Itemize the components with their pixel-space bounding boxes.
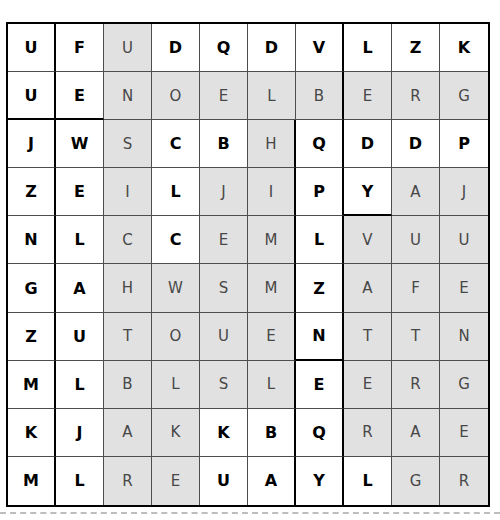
grid-cell-r9c2[interactable]: J bbox=[56, 409, 104, 457]
grid-cell-r1c10[interactable]: K bbox=[440, 24, 488, 72]
grid-cell-r7c6[interactable]: E bbox=[248, 313, 296, 361]
grid-cell-r2c2[interactable]: E bbox=[56, 72, 104, 120]
grid-cell-r2c5[interactable]: E bbox=[200, 72, 248, 120]
grid-cell-r4c8[interactable]: Y bbox=[344, 168, 392, 216]
grid-cell-r6c7[interactable]: Z bbox=[296, 264, 344, 312]
grid-cell-r7c3[interactable]: T bbox=[104, 313, 152, 361]
grid-cell-r1c7[interactable]: V bbox=[296, 24, 344, 72]
grid-cell-r1c9[interactable]: Z bbox=[392, 24, 440, 72]
grid-cell-r3c10[interactable]: P bbox=[440, 120, 488, 168]
grid-cell-r10c6[interactable]: A bbox=[248, 457, 296, 505]
grid-cell-r5c7[interactable]: L bbox=[296, 216, 344, 264]
grid-cell-r7c8[interactable]: T bbox=[344, 313, 392, 361]
grid-cell-r7c10[interactable]: N bbox=[440, 313, 488, 361]
grid-cell-r1c3[interactable]: U bbox=[104, 24, 152, 72]
grid-cell-r10c4[interactable]: E bbox=[152, 457, 200, 505]
grid-cell-r4c1[interactable]: Z bbox=[8, 168, 56, 216]
grid-cell-r4c9[interactable]: A bbox=[392, 168, 440, 216]
grid-cell-r2c4[interactable]: O bbox=[152, 72, 200, 120]
grid-cell-r5c4[interactable]: C bbox=[152, 216, 200, 264]
grid-cell-r8c4[interactable]: L bbox=[152, 361, 200, 409]
grid-cell-r3c5[interactable]: B bbox=[200, 120, 248, 168]
grid-cell-r3c3[interactable]: S bbox=[104, 120, 152, 168]
grid-cell-r5c10[interactable]: U bbox=[440, 216, 488, 264]
grid-cell-r3c6[interactable]: H bbox=[248, 120, 296, 168]
grid-cell-r2c10[interactable]: G bbox=[440, 72, 488, 120]
grid-cell-r9c10[interactable]: E bbox=[440, 409, 488, 457]
grid-cell-r2c1[interactable]: U bbox=[8, 72, 56, 120]
grid-cell-r7c9[interactable]: T bbox=[392, 313, 440, 361]
grid-cell-r3c4[interactable]: C bbox=[152, 120, 200, 168]
grid-cell-r6c9[interactable]: F bbox=[392, 264, 440, 312]
grid-cell-r8c3[interactable]: B bbox=[104, 361, 152, 409]
word-search-grid: UFUDQDVLZKUENOELBERGJWSCBHQDDPZEILJIPYAJ… bbox=[6, 22, 490, 507]
grid-cell-r5c8[interactable]: V bbox=[344, 216, 392, 264]
grid-cell-r1c8[interactable]: L bbox=[344, 24, 392, 72]
grid-cell-r2c8[interactable]: E bbox=[344, 72, 392, 120]
grid-cell-r4c4[interactable]: L bbox=[152, 168, 200, 216]
grid-cell-r8c2[interactable]: L bbox=[56, 361, 104, 409]
grid-cell-r5c5[interactable]: E bbox=[200, 216, 248, 264]
grid-cell-r4c2[interactable]: E bbox=[56, 168, 104, 216]
grid-cell-r2c9[interactable]: R bbox=[392, 72, 440, 120]
grid-cell-r3c2[interactable]: W bbox=[56, 120, 104, 168]
grid-cell-r9c3[interactable]: A bbox=[104, 409, 152, 457]
grid-cell-r10c5[interactable]: U bbox=[200, 457, 248, 505]
grid-cell-r4c6[interactable]: I bbox=[248, 168, 296, 216]
grid-cell-r4c5[interactable]: J bbox=[200, 168, 248, 216]
grid-cell-r10c2[interactable]: L bbox=[56, 457, 104, 505]
grid-cell-r10c1[interactable]: M bbox=[8, 457, 56, 505]
grid-cell-r5c6[interactable]: M bbox=[248, 216, 296, 264]
grid-cell-r7c5[interactable]: U bbox=[200, 313, 248, 361]
grid-cell-r9c1[interactable]: K bbox=[8, 409, 56, 457]
grid-cell-r3c1[interactable]: J bbox=[8, 120, 56, 168]
grid-cell-r6c8[interactable]: A bbox=[344, 264, 392, 312]
grid-cell-r5c9[interactable]: U bbox=[392, 216, 440, 264]
grid-cell-r1c6[interactable]: D bbox=[248, 24, 296, 72]
dashed-cut-line bbox=[0, 512, 500, 514]
grid-cell-r1c2[interactable]: F bbox=[56, 24, 104, 72]
grid-cell-r6c4[interactable]: W bbox=[152, 264, 200, 312]
grid-cell-r5c3[interactable]: C bbox=[104, 216, 152, 264]
grid-cell-r8c6[interactable]: L bbox=[248, 361, 296, 409]
grid-cell-r7c7[interactable]: N bbox=[296, 313, 344, 361]
grid-cell-r8c9[interactable]: R bbox=[392, 361, 440, 409]
grid-cell-r1c4[interactable]: D bbox=[152, 24, 200, 72]
grid-cell-r9c9[interactable]: A bbox=[392, 409, 440, 457]
grid-cell-r3c8[interactable]: D bbox=[344, 120, 392, 168]
grid-cell-r6c1[interactable]: G bbox=[8, 264, 56, 312]
grid-cell-r9c6[interactable]: B bbox=[248, 409, 296, 457]
grid-cell-r4c3[interactable]: I bbox=[104, 168, 152, 216]
grid-cell-r10c8[interactable]: L bbox=[344, 457, 392, 505]
grid-cell-r8c1[interactable]: M bbox=[8, 361, 56, 409]
grid-cell-r9c5[interactable]: K bbox=[200, 409, 248, 457]
grid-cell-r5c1[interactable]: N bbox=[8, 216, 56, 264]
grid-cell-r1c5[interactable]: Q bbox=[200, 24, 248, 72]
grid-cell-r10c3[interactable]: R bbox=[104, 457, 152, 505]
grid-cell-r8c5[interactable]: S bbox=[200, 361, 248, 409]
grid-cell-r9c4[interactable]: K bbox=[152, 409, 200, 457]
grid-cell-r3c9[interactable]: D bbox=[392, 120, 440, 168]
grid-cell-r9c8[interactable]: R bbox=[344, 409, 392, 457]
grid-cell-r6c2[interactable]: A bbox=[56, 264, 104, 312]
grid-cell-r7c1[interactable]: Z bbox=[8, 313, 56, 361]
grid-cell-r9c7[interactable]: Q bbox=[296, 409, 344, 457]
grid-cell-r1c1[interactable]: U bbox=[8, 24, 56, 72]
grid-cell-r6c3[interactable]: H bbox=[104, 264, 152, 312]
grid-cell-r3c7[interactable]: Q bbox=[296, 120, 344, 168]
grid-cell-r6c6[interactable]: M bbox=[248, 264, 296, 312]
grid-cell-r7c4[interactable]: O bbox=[152, 313, 200, 361]
grid-cell-r8c8[interactable]: E bbox=[344, 361, 392, 409]
grid-cell-r7c2[interactable]: U bbox=[56, 313, 104, 361]
grid-cell-r10c7[interactable]: Y bbox=[296, 457, 344, 505]
grid-cell-r6c10[interactable]: E bbox=[440, 264, 488, 312]
grid-cell-r10c10[interactable]: R bbox=[440, 457, 488, 505]
grid-cell-r8c7[interactable]: E bbox=[296, 361, 344, 409]
grid-cell-r10c9[interactable]: G bbox=[392, 457, 440, 505]
grid-cell-r5c2[interactable]: L bbox=[56, 216, 104, 264]
grid-cell-r4c7[interactable]: P bbox=[296, 168, 344, 216]
grid-cell-r2c6[interactable]: L bbox=[248, 72, 296, 120]
grid-cell-r2c3[interactable]: N bbox=[104, 72, 152, 120]
grid-cell-r4c10[interactable]: J bbox=[440, 168, 488, 216]
grid-cell-r2c7[interactable]: B bbox=[296, 72, 344, 120]
grid-cell-r8c10[interactable]: G bbox=[440, 361, 488, 409]
grid-cell-r6c5[interactable]: S bbox=[200, 264, 248, 312]
